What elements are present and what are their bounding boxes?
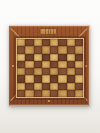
square-e4[interactable]: [50, 68, 58, 75]
playing-area: [16, 38, 84, 98]
square-e7[interactable]: [50, 46, 58, 53]
square-f4[interactable]: [58, 68, 66, 75]
game-board: [9, 25, 90, 106]
square-d7[interactable]: [42, 46, 50, 53]
square-d4[interactable]: [42, 68, 50, 75]
inlay-dot-right-icon: [85, 65, 87, 67]
square-a4[interactable]: [17, 68, 25, 75]
square-c3[interactable]: [34, 75, 42, 82]
square-d6[interactable]: [42, 54, 50, 61]
square-a2[interactable]: [17, 83, 25, 90]
square-a5[interactable]: [17, 61, 25, 68]
square-b7[interactable]: [25, 46, 33, 53]
square-c4[interactable]: [34, 68, 42, 75]
square-d8[interactable]: [42, 39, 50, 46]
square-g5[interactable]: [67, 61, 75, 68]
square-c5[interactable]: [34, 61, 42, 68]
square-b3[interactable]: [25, 75, 33, 82]
square-e6[interactable]: [50, 54, 58, 61]
square-h3[interactable]: [75, 75, 83, 82]
square-f7[interactable]: [58, 46, 66, 53]
square-b8[interactable]: [25, 39, 33, 46]
inlay-dot-bottom-icon: [48, 100, 50, 102]
square-f8[interactable]: [58, 39, 66, 46]
square-c6[interactable]: [34, 54, 42, 61]
square-e3[interactable]: [50, 75, 58, 82]
square-g2[interactable]: [67, 83, 75, 90]
square-f3[interactable]: [58, 75, 66, 82]
maker-plaque: [40, 29, 56, 34]
square-h4[interactable]: [75, 68, 83, 75]
square-e8[interactable]: [50, 39, 58, 46]
square-b4[interactable]: [25, 68, 33, 75]
inlay-dot-left-icon: [12, 65, 14, 67]
square-b5[interactable]: [25, 61, 33, 68]
miter-inlay-top-left-icon: [10, 28, 19, 37]
square-h8[interactable]: [75, 39, 83, 46]
square-g3[interactable]: [67, 75, 75, 82]
square-c1[interactable]: [34, 90, 42, 97]
square-d2[interactable]: [42, 83, 50, 90]
square-e5[interactable]: [50, 61, 58, 68]
square-a3[interactable]: [17, 75, 25, 82]
square-h1[interactable]: [75, 90, 83, 97]
square-f6[interactable]: [58, 54, 66, 61]
photo-background: [0, 0, 100, 133]
square-e2[interactable]: [50, 83, 58, 90]
square-g4[interactable]: [67, 68, 75, 75]
square-h6[interactable]: [75, 54, 83, 61]
square-c8[interactable]: [34, 39, 42, 46]
square-d1[interactable]: [42, 90, 50, 97]
square-d5[interactable]: [42, 61, 50, 68]
square-f1[interactable]: [58, 90, 66, 97]
square-c2[interactable]: [34, 83, 42, 90]
square-a8[interactable]: [17, 39, 25, 46]
square-a6[interactable]: [17, 54, 25, 61]
square-b1[interactable]: [25, 90, 33, 97]
square-h2[interactable]: [75, 83, 83, 90]
square-a7[interactable]: [17, 46, 25, 53]
square-g8[interactable]: [67, 39, 75, 46]
square-e1[interactable]: [50, 90, 58, 97]
square-b2[interactable]: [25, 83, 33, 90]
square-f5[interactable]: [58, 61, 66, 68]
square-h5[interactable]: [75, 61, 83, 68]
square-c7[interactable]: [34, 46, 42, 53]
square-g7[interactable]: [67, 46, 75, 53]
square-b6[interactable]: [25, 54, 33, 61]
square-g1[interactable]: [67, 90, 75, 97]
miter-inlay-top-right-icon: [79, 28, 88, 37]
square-g6[interactable]: [67, 54, 75, 61]
square-h7[interactable]: [75, 46, 83, 53]
square-a1[interactable]: [17, 90, 25, 97]
square-d3[interactable]: [42, 75, 50, 82]
square-f2[interactable]: [58, 83, 66, 90]
